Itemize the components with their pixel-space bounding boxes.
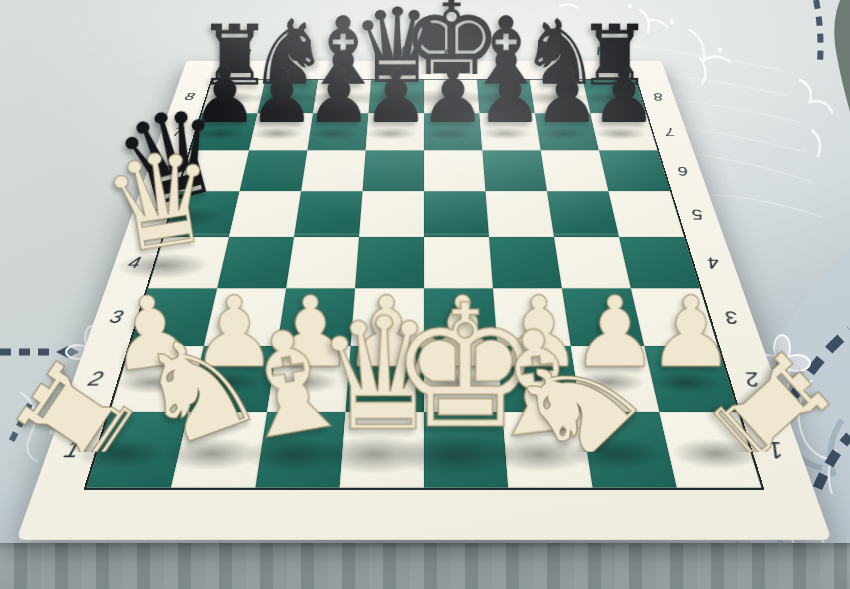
rank-label-right-5: 5 [676, 206, 718, 222]
piece-black-pawn-g7[interactable]: ♟ [534, 60, 600, 134]
piece-black-pawn-b7[interactable]: ♟ [248, 60, 314, 134]
square-c6[interactable] [301, 150, 366, 191]
square-e7[interactable]: ♟ [424, 113, 482, 150]
photo-scene: ♜♞♝♛♚♝♞♜♟♟♟♟♟♟♟♟♛♛♟♟♟♟♟♟♟♟♜♞♝♛♚♝♞♜ 88776… [0, 0, 850, 589]
square-b5[interactable] [229, 191, 301, 237]
square-g7[interactable]: ♟ [535, 113, 599, 150]
square-c7[interactable]: ♟ [307, 113, 368, 150]
square-e6[interactable] [424, 150, 485, 191]
square-h7[interactable]: ♟ [590, 113, 657, 150]
square-c5[interactable] [294, 191, 363, 237]
dashed-tile-line-top [816, 0, 821, 62]
square-grid: ♜♞♝♛♚♝♞♜♟♟♟♟♟♟♟♟♛♛♟♟♟♟♟♟♟♟♜♞♝♛♚♝♞♜ [87, 80, 761, 488]
piece-white-queen-a4[interactable]: ♛ [94, 129, 227, 273]
piece-white-pawn-h2[interactable]: ♟ [646, 283, 734, 381]
square-e5[interactable] [424, 191, 489, 237]
square-d6[interactable] [363, 150, 424, 191]
dark-corner-leaf [834, 0, 850, 112]
square-f6[interactable] [482, 150, 547, 191]
square-b6[interactable] [240, 150, 308, 191]
square-f5[interactable] [485, 191, 554, 237]
piece-black-pawn-e7[interactable]: ♟ [419, 60, 485, 134]
square-g1[interactable]: ♞ [581, 412, 677, 488]
board-playing-area: ♜♞♝♛♚♝♞♜♟♟♟♟♟♟♟♟♛♛♟♟♟♟♟♟♟♟♜♞♝♛♚♝♞♜ [83, 79, 764, 490]
rank-label-right-4: 4 [691, 253, 736, 271]
square-g6[interactable] [541, 150, 609, 191]
square-d7[interactable]: ♟ [366, 113, 424, 150]
rank-label-right-6: 6 [663, 163, 703, 177]
square-h6[interactable] [599, 150, 670, 191]
square-h5[interactable] [608, 191, 684, 237]
piece-black-pawn-f7[interactable]: ♟ [477, 60, 543, 134]
piece-black-pawn-d7[interactable]: ♟ [362, 60, 428, 134]
square-g5[interactable] [547, 191, 619, 237]
square-d5[interactable] [359, 191, 424, 237]
piece-black-pawn-h7[interactable]: ♟ [591, 60, 657, 134]
square-b7[interactable]: ♟ [249, 113, 313, 150]
piece-black-pawn-c7[interactable]: ♟ [305, 60, 371, 134]
square-h1[interactable]: ♜ [659, 412, 761, 488]
square-f7[interactable]: ♟ [479, 113, 540, 150]
